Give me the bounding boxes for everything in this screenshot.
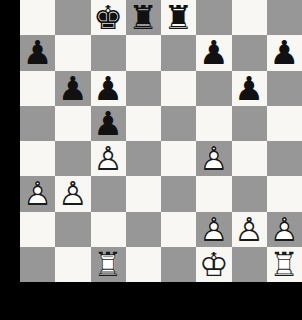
chess-board: ♚♜♜♟♟♟♟♟♟♟♟♙♟♙♟♙♟♙♟♙♟♙♟♙♜♖♚♔♜♖	[20, 0, 302, 282]
square-h7[interactable]: ♟	[267, 35, 302, 70]
black-rook-glyph: ♜	[126, 0, 161, 35]
white-king: ♚♔	[196, 247, 231, 282]
square-c3[interactable]	[91, 176, 126, 211]
black-pawn: ♟	[267, 35, 302, 70]
square-f1[interactable]: ♚♔	[196, 247, 231, 282]
square-b6[interactable]: ♟	[55, 71, 90, 106]
white-pawn: ♟♙	[267, 212, 302, 247]
square-b1[interactable]	[55, 247, 90, 282]
white-rook-outline: ♖	[267, 247, 302, 282]
white-rook-outline: ♖	[91, 247, 126, 282]
square-c8[interactable]: ♚	[91, 0, 126, 35]
square-d2[interactable]	[126, 212, 161, 247]
square-f5[interactable]	[196, 106, 231, 141]
square-a4[interactable]	[20, 141, 55, 176]
black-pawn-glyph: ♟	[55, 71, 90, 106]
square-e2[interactable]	[161, 212, 196, 247]
black-rook-glyph: ♜	[161, 0, 196, 35]
square-f8[interactable]	[196, 0, 231, 35]
black-king: ♚	[91, 0, 126, 35]
white-pawn-outline: ♙	[20, 176, 55, 211]
black-pawn: ♟	[91, 106, 126, 141]
white-pawn-outline: ♙	[55, 176, 90, 211]
square-e4[interactable]	[161, 141, 196, 176]
square-g2[interactable]: ♟♙	[232, 212, 267, 247]
square-f4[interactable]: ♟♙	[196, 141, 231, 176]
white-king-outline: ♔	[196, 247, 231, 282]
square-c4[interactable]: ♟♙	[91, 141, 126, 176]
square-f7[interactable]: ♟	[196, 35, 231, 70]
square-d6[interactable]	[126, 71, 161, 106]
square-e8[interactable]: ♜	[161, 0, 196, 35]
black-pawn: ♟	[55, 71, 90, 106]
white-pawn: ♟♙	[232, 212, 267, 247]
black-pawn-glyph: ♟	[196, 35, 231, 70]
square-f2[interactable]: ♟♙	[196, 212, 231, 247]
black-pawn: ♟	[232, 71, 267, 106]
white-pawn: ♟♙	[196, 212, 231, 247]
black-pawn-glyph: ♟	[91, 106, 126, 141]
square-b4[interactable]	[55, 141, 90, 176]
square-f6[interactable]	[196, 71, 231, 106]
square-g4[interactable]	[232, 141, 267, 176]
square-b5[interactable]	[55, 106, 90, 141]
square-d3[interactable]	[126, 176, 161, 211]
square-e1[interactable]	[161, 247, 196, 282]
square-d4[interactable]	[126, 141, 161, 176]
square-h1[interactable]: ♜♖	[267, 247, 302, 282]
white-pawn-outline: ♙	[267, 212, 302, 247]
square-c7[interactable]	[91, 35, 126, 70]
square-h6[interactable]	[267, 71, 302, 106]
square-h5[interactable]	[267, 106, 302, 141]
square-c2[interactable]	[91, 212, 126, 247]
square-h4[interactable]	[267, 141, 302, 176]
white-pawn: ♟♙	[196, 141, 231, 176]
square-a6[interactable]	[20, 71, 55, 106]
white-pawn: ♟♙	[55, 176, 90, 211]
square-d7[interactable]	[126, 35, 161, 70]
square-a8[interactable]	[20, 0, 55, 35]
white-pawn: ♟♙	[20, 176, 55, 211]
black-rook: ♜	[126, 0, 161, 35]
white-rook: ♜♖	[91, 247, 126, 282]
chess-diagram: ♚♜♜♟♟♟♟♟♟♟♟♙♟♙♟♙♟♙♟♙♟♙♟♙♜♖♚♔♜♖	[0, 0, 302, 320]
square-c1[interactable]: ♜♖	[91, 247, 126, 282]
square-f3[interactable]	[196, 176, 231, 211]
square-e3[interactable]	[161, 176, 196, 211]
black-pawn-glyph: ♟	[91, 71, 126, 106]
square-g6[interactable]: ♟	[232, 71, 267, 106]
square-h2[interactable]: ♟♙	[267, 212, 302, 247]
square-b7[interactable]	[55, 35, 90, 70]
square-h8[interactable]	[267, 0, 302, 35]
black-pawn: ♟	[196, 35, 231, 70]
square-g5[interactable]	[232, 106, 267, 141]
square-b2[interactable]	[55, 212, 90, 247]
square-g7[interactable]	[232, 35, 267, 70]
black-pawn: ♟	[20, 35, 55, 70]
square-h3[interactable]	[267, 176, 302, 211]
square-a3[interactable]: ♟♙	[20, 176, 55, 211]
white-pawn-outline: ♙	[196, 212, 231, 247]
square-a2[interactable]	[20, 212, 55, 247]
black-rook: ♜	[161, 0, 196, 35]
square-g1[interactable]	[232, 247, 267, 282]
square-e7[interactable]	[161, 35, 196, 70]
square-e6[interactable]	[161, 71, 196, 106]
square-e5[interactable]	[161, 106, 196, 141]
square-g8[interactable]	[232, 0, 267, 35]
square-d1[interactable]	[126, 247, 161, 282]
black-pawn-glyph: ♟	[232, 71, 267, 106]
white-pawn-outline: ♙	[91, 141, 126, 176]
white-pawn: ♟♙	[91, 141, 126, 176]
square-c6[interactable]: ♟	[91, 71, 126, 106]
square-a7[interactable]: ♟	[20, 35, 55, 70]
black-pawn-glyph: ♟	[267, 35, 302, 70]
square-g3[interactable]	[232, 176, 267, 211]
white-pawn-outline: ♙	[232, 212, 267, 247]
white-pawn-outline: ♙	[196, 141, 231, 176]
square-d8[interactable]: ♜	[126, 0, 161, 35]
square-b3[interactable]: ♟♙	[55, 176, 90, 211]
square-d5[interactable]	[126, 106, 161, 141]
black-pawn-glyph: ♟	[20, 35, 55, 70]
black-king-glyph: ♚	[91, 0, 126, 35]
white-rook: ♜♖	[267, 247, 302, 282]
square-b8[interactable]	[55, 0, 90, 35]
square-a5[interactable]	[20, 106, 55, 141]
black-pawn: ♟	[91, 71, 126, 106]
square-a1[interactable]	[20, 247, 55, 282]
square-c5[interactable]: ♟	[91, 106, 126, 141]
